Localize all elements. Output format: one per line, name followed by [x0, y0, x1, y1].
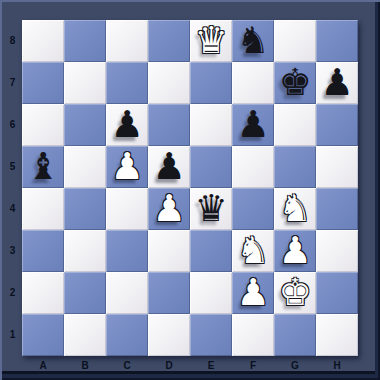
square-f6[interactable]: ♟	[232, 104, 274, 146]
square-a1[interactable]	[22, 314, 64, 356]
square-a7[interactable]	[22, 62, 64, 104]
piece-black-king-g7[interactable]: ♚	[278, 62, 311, 104]
square-h3[interactable]	[316, 230, 358, 272]
piece-white-queen-e8[interactable]: ♛	[194, 20, 227, 62]
rank-label-3: 3	[5, 230, 20, 272]
square-c4[interactable]	[106, 188, 148, 230]
piece-black-pawn-d5[interactable]: ♟	[152, 146, 185, 188]
piece-white-knight-f3[interactable]: ♞	[236, 230, 269, 272]
rank-label-6: 6	[5, 104, 20, 146]
square-h5[interactable]	[316, 146, 358, 188]
file-label-G: G	[274, 359, 316, 372]
square-g8[interactable]	[274, 20, 316, 62]
piece-black-knight-f8[interactable]: ♞	[236, 20, 269, 62]
square-f4[interactable]	[232, 188, 274, 230]
square-d6[interactable]	[148, 104, 190, 146]
square-b6[interactable]	[64, 104, 106, 146]
square-g1[interactable]	[274, 314, 316, 356]
piece-black-pawn-f6[interactable]: ♟	[236, 104, 269, 146]
piece-black-queen-e4[interactable]: ♛	[194, 188, 227, 230]
square-h7[interactable]: ♟	[316, 62, 358, 104]
rank-label-7: 7	[5, 62, 20, 104]
square-c5[interactable]: ♟	[106, 146, 148, 188]
square-e4[interactable]: ♛	[190, 188, 232, 230]
square-h2[interactable]	[316, 272, 358, 314]
square-d2[interactable]	[148, 272, 190, 314]
square-c3[interactable]	[106, 230, 148, 272]
piece-black-pawn-c6[interactable]: ♟	[110, 104, 143, 146]
rank-label-2: 2	[5, 272, 20, 314]
square-d7[interactable]	[148, 62, 190, 104]
rank-label-5: 5	[5, 146, 20, 188]
file-label-A: A	[22, 359, 64, 372]
piece-black-pawn-h7[interactable]: ♟	[320, 62, 353, 104]
square-h4[interactable]	[316, 188, 358, 230]
rank-label-1: 1	[5, 314, 20, 356]
piece-white-knight-g4[interactable]: ♞	[278, 188, 311, 230]
square-e3[interactable]	[190, 230, 232, 272]
file-label-D: D	[148, 359, 190, 372]
square-a2[interactable]	[22, 272, 64, 314]
square-e1[interactable]	[190, 314, 232, 356]
square-a8[interactable]	[22, 20, 64, 62]
square-e6[interactable]	[190, 104, 232, 146]
square-c7[interactable]	[106, 62, 148, 104]
square-g2[interactable]: ♚	[274, 272, 316, 314]
square-g7[interactable]: ♚	[274, 62, 316, 104]
piece-white-pawn-d4[interactable]: ♟	[152, 188, 185, 230]
file-label-C: C	[106, 359, 148, 372]
square-f8[interactable]: ♞	[232, 20, 274, 62]
file-label-E: E	[190, 359, 232, 372]
chess-board: ♛♞♚♟♟♟♝♟♟♟♛♞♞♟♟♚	[22, 20, 358, 356]
square-g4[interactable]: ♞	[274, 188, 316, 230]
rank-label-4: 4	[5, 188, 20, 230]
square-b8[interactable]	[64, 20, 106, 62]
square-d4[interactable]: ♟	[148, 188, 190, 230]
piece-white-pawn-c5[interactable]: ♟	[110, 146, 143, 188]
square-c8[interactable]	[106, 20, 148, 62]
square-f5[interactable]	[232, 146, 274, 188]
square-b4[interactable]	[64, 188, 106, 230]
square-e5[interactable]	[190, 146, 232, 188]
file-label-B: B	[64, 359, 106, 372]
square-g3[interactable]: ♟	[274, 230, 316, 272]
square-g5[interactable]	[274, 146, 316, 188]
square-f1[interactable]	[232, 314, 274, 356]
square-b2[interactable]	[64, 272, 106, 314]
piece-white-pawn-g3[interactable]: ♟	[278, 230, 311, 272]
square-a3[interactable]	[22, 230, 64, 272]
square-c1[interactable]	[106, 314, 148, 356]
rank-label-8: 8	[5, 20, 20, 62]
square-h1[interactable]	[316, 314, 358, 356]
square-f7[interactable]	[232, 62, 274, 104]
square-d1[interactable]	[148, 314, 190, 356]
square-f3[interactable]: ♞	[232, 230, 274, 272]
piece-black-bishop-a5[interactable]: ♝	[26, 146, 59, 188]
file-label-H: H	[316, 359, 358, 372]
square-e2[interactable]	[190, 272, 232, 314]
square-b5[interactable]	[64, 146, 106, 188]
square-b3[interactable]	[64, 230, 106, 272]
square-a4[interactable]	[22, 188, 64, 230]
square-b7[interactable]	[64, 62, 106, 104]
square-a5[interactable]: ♝	[22, 146, 64, 188]
square-c2[interactable]	[106, 272, 148, 314]
chess-diagram-frame: ♛♞♚♟♟♟♝♟♟♟♛♞♞♟♟♚ 87654321 ABCDEFGH	[0, 0, 380, 380]
square-f2[interactable]: ♟	[232, 272, 274, 314]
square-c6[interactable]: ♟	[106, 104, 148, 146]
square-h8[interactable]	[316, 20, 358, 62]
square-d3[interactable]	[148, 230, 190, 272]
square-b1[interactable]	[64, 314, 106, 356]
square-e7[interactable]	[190, 62, 232, 104]
piece-white-king-g2[interactable]: ♚	[278, 272, 311, 314]
square-d8[interactable]	[148, 20, 190, 62]
square-g6[interactable]	[274, 104, 316, 146]
square-d5[interactable]: ♟	[148, 146, 190, 188]
piece-white-pawn-f2[interactable]: ♟	[236, 272, 269, 314]
square-a6[interactable]	[22, 104, 64, 146]
square-h6[interactable]	[316, 104, 358, 146]
file-label-F: F	[232, 359, 274, 372]
square-e8[interactable]: ♛	[190, 20, 232, 62]
